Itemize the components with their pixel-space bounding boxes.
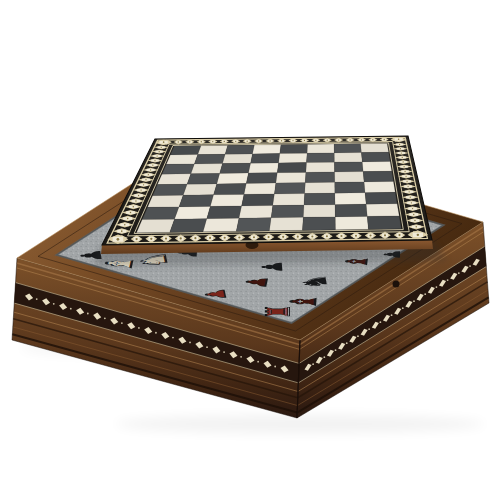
square-e1 — [269, 217, 303, 231]
square-c2 — [207, 206, 242, 219]
square-f7 — [307, 153, 335, 163]
square-a4 — [153, 184, 188, 196]
square-b6 — [191, 164, 223, 174]
square-b1 — [170, 219, 207, 233]
square-c6 — [220, 163, 251, 173]
square-c7 — [223, 154, 253, 164]
square-b5 — [187, 174, 220, 185]
square-d1 — [236, 218, 271, 231]
square-h6 — [362, 162, 391, 172]
square-b7 — [194, 154, 225, 164]
square-b8 — [198, 145, 228, 154]
square-b4 — [183, 184, 217, 195]
checkerboard-field — [137, 143, 402, 232]
square-f8 — [307, 144, 334, 153]
square-c8 — [225, 145, 254, 154]
square-g5 — [335, 172, 365, 183]
square-g8 — [334, 144, 361, 153]
square-d6 — [249, 163, 279, 173]
square-h7 — [361, 152, 390, 162]
square-g7 — [334, 153, 362, 163]
square-a5 — [157, 174, 191, 185]
square-g2 — [335, 204, 367, 217]
square-c4 — [214, 184, 247, 195]
square-d7 — [251, 154, 280, 164]
square-e2 — [271, 205, 304, 218]
square-h2 — [366, 204, 399, 217]
square-e7 — [279, 153, 308, 163]
square-e3 — [273, 194, 305, 206]
square-a2 — [142, 207, 179, 220]
square-a8 — [170, 146, 201, 155]
square-h3 — [365, 192, 397, 204]
chess-set-product-photo: ♟♝♝♞♞♟♜♞♟♟♟♞♝♝♜♜♟♟♝♝♟♟ — [0, 0, 493, 493]
chessboard — [101, 136, 433, 254]
square-c3 — [210, 194, 244, 206]
square-h8 — [361, 143, 389, 152]
square-f4 — [305, 182, 335, 193]
square-a1 — [137, 219, 175, 233]
piece-cutout-knight: ♞ — [294, 274, 335, 290]
square-d5 — [246, 173, 277, 184]
square-e6 — [277, 163, 306, 173]
square-h5 — [363, 171, 393, 182]
latch-pin-hole — [393, 281, 400, 288]
square-f1 — [303, 217, 336, 230]
board-top — [102, 136, 432, 245]
square-f5 — [305, 172, 335, 183]
chess-piece-red-rook: ♜ — [262, 306, 294, 318]
square-e4 — [274, 183, 305, 194]
square-h1 — [367, 216, 401, 229]
square-g6 — [334, 162, 363, 172]
square-h4 — [364, 182, 395, 193]
tray-slot-8: ♟♟ — [239, 275, 275, 289]
square-f3 — [304, 193, 335, 205]
square-a7 — [166, 155, 198, 165]
square-g3 — [335, 193, 366, 205]
square-a6 — [162, 164, 194, 174]
square-a3 — [148, 195, 184, 207]
square-e5 — [276, 172, 306, 183]
square-g4 — [335, 182, 365, 193]
square-d3 — [242, 194, 275, 206]
square-d4 — [244, 183, 276, 194]
tray-slot-9: ♞ — [294, 274, 335, 290]
chess-piece-red-deep-pawn: ♟ — [242, 276, 271, 287]
square-b3 — [179, 195, 214, 207]
square-f2 — [303, 205, 335, 218]
square-f6 — [306, 162, 335, 172]
square-d8 — [253, 145, 282, 154]
square-b2 — [175, 206, 211, 219]
square-g1 — [335, 216, 368, 229]
square-c5 — [217, 173, 249, 184]
tray-slot-11: ♜♜ — [258, 304, 298, 319]
square-e8 — [280, 144, 308, 153]
chess-set-scene: ♟♝♝♞♞♟♜♞♟♟♟♞♝♝♜♜♟♟♝♝♟♟ — [0, 0, 493, 493]
square-c1 — [203, 218, 239, 232]
square-d2 — [239, 206, 273, 219]
tray-slot-12: ♟♟ — [198, 287, 234, 301]
chess-piece-red-pawn: ♟ — [202, 289, 229, 300]
